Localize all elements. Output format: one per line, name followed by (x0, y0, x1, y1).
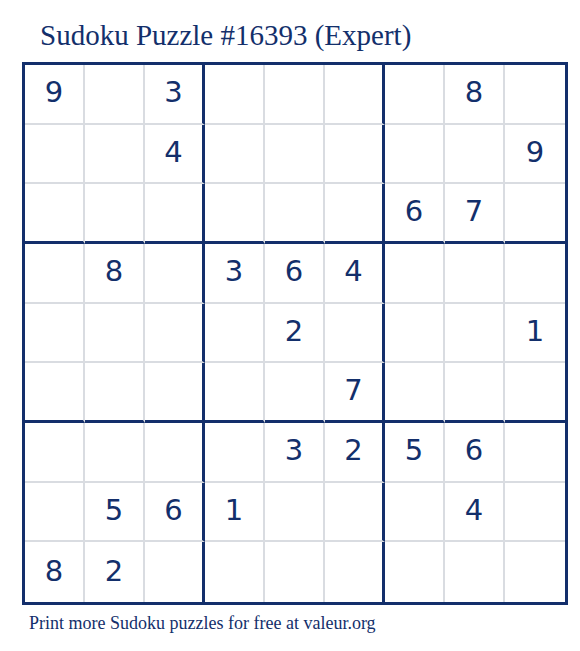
sudoku-cell-r2c7[interactable] (385, 125, 445, 185)
sudoku-cell-r9c9[interactable] (505, 542, 565, 602)
sudoku-cell-r5c9[interactable]: 1 (505, 304, 565, 364)
sudoku-cell-r4c5[interactable]: 6 (265, 244, 325, 304)
sudoku-cell-r7c8[interactable]: 6 (445, 423, 505, 483)
sudoku-cell-r6c6[interactable]: 7 (325, 363, 385, 423)
sudoku-cell-r1c2[interactable] (85, 65, 145, 125)
sudoku-cell-r8c5[interactable] (265, 483, 325, 543)
sudoku-cell-r7c9[interactable] (505, 423, 565, 483)
sudoku-cell-r2c6[interactable] (325, 125, 385, 185)
sudoku-cell-r4c6[interactable]: 4 (325, 244, 385, 304)
footer-text: Print more Sudoku puzzles for free at va… (29, 613, 376, 634)
sudoku-cell-r4c1[interactable] (25, 244, 85, 304)
sudoku-cell-r5c7[interactable] (385, 304, 445, 364)
sudoku-cell-r3c9[interactable] (505, 184, 565, 244)
sudoku-cell-r2c8[interactable] (445, 125, 505, 185)
sudoku-cell-r8c3[interactable]: 6 (145, 483, 205, 543)
sudoku-cell-r9c5[interactable] (265, 542, 325, 602)
sudoku-cell-r6c5[interactable] (265, 363, 325, 423)
sudoku-cell-r1c3[interactable]: 3 (145, 65, 205, 125)
sudoku-cell-r8c9[interactable] (505, 483, 565, 543)
sudoku-cell-r7c5[interactable]: 3 (265, 423, 325, 483)
sudoku-cell-r4c9[interactable] (505, 244, 565, 304)
sudoku-cell-r9c4[interactable] (205, 542, 265, 602)
sudoku-cell-r6c3[interactable] (145, 363, 205, 423)
sudoku-cell-r7c3[interactable] (145, 423, 205, 483)
sudoku-cell-r2c5[interactable] (265, 125, 325, 185)
sudoku-cell-r2c4[interactable] (205, 125, 265, 185)
sudoku-cell-r9c8[interactable] (445, 542, 505, 602)
sudoku-cell-r1c8[interactable]: 8 (445, 65, 505, 125)
sudoku-cell-r4c8[interactable] (445, 244, 505, 304)
sudoku-cell-r2c2[interactable] (85, 125, 145, 185)
sudoku-cell-r9c6[interactable] (325, 542, 385, 602)
sudoku-cell-r8c7[interactable] (385, 483, 445, 543)
sudoku-cell-r3c2[interactable] (85, 184, 145, 244)
sudoku-cell-r5c8[interactable] (445, 304, 505, 364)
sudoku-cell-r3c4[interactable] (205, 184, 265, 244)
sudoku-cell-r3c7[interactable]: 6 (385, 184, 445, 244)
sudoku-cell-r7c7[interactable]: 5 (385, 423, 445, 483)
sudoku-cell-r1c6[interactable] (325, 65, 385, 125)
sudoku-cell-r6c4[interactable] (205, 363, 265, 423)
sudoku-cell-r3c3[interactable] (145, 184, 205, 244)
sudoku-cell-r2c3[interactable]: 4 (145, 125, 205, 185)
sudoku-cell-r8c8[interactable]: 4 (445, 483, 505, 543)
sudoku-cell-r3c6[interactable] (325, 184, 385, 244)
sudoku-cell-r6c8[interactable] (445, 363, 505, 423)
sudoku-cell-r7c4[interactable] (205, 423, 265, 483)
sudoku-cell-r5c4[interactable] (205, 304, 265, 364)
sudoku-cell-r4c2[interactable]: 8 (85, 244, 145, 304)
sudoku-cell-r9c1[interactable]: 8 (25, 542, 85, 602)
sudoku-cell-r1c4[interactable] (205, 65, 265, 125)
sudoku-cell-r7c2[interactable] (85, 423, 145, 483)
sudoku-cell-r4c4[interactable]: 3 (205, 244, 265, 304)
sudoku-cell-r1c1[interactable]: 9 (25, 65, 85, 125)
sudoku-cell-r7c1[interactable] (25, 423, 85, 483)
sudoku-cell-r1c5[interactable] (265, 65, 325, 125)
sudoku-cell-r6c7[interactable] (385, 363, 445, 423)
sudoku-cell-r9c7[interactable] (385, 542, 445, 602)
sudoku-cell-r3c8[interactable]: 7 (445, 184, 505, 244)
sudoku-cell-r1c9[interactable] (505, 65, 565, 125)
page-title: Sudoku Puzzle #16393 (Expert) (40, 18, 411, 53)
sudoku-cell-r6c1[interactable] (25, 363, 85, 423)
sudoku-cell-r6c9[interactable] (505, 363, 565, 423)
sudoku-cell-r7c6[interactable]: 2 (325, 423, 385, 483)
sudoku-cell-r9c2[interactable]: 2 (85, 542, 145, 602)
sudoku-cell-r6c2[interactable] (85, 363, 145, 423)
sudoku-cell-r1c7[interactable] (385, 65, 445, 125)
sudoku-cell-r8c2[interactable]: 5 (85, 483, 145, 543)
sudoku-board: 938496783642173256561482 (22, 62, 568, 605)
sudoku-cell-r5c6[interactable] (325, 304, 385, 364)
sudoku-cell-r2c9[interactable]: 9 (505, 125, 565, 185)
sudoku-cell-r3c1[interactable] (25, 184, 85, 244)
sudoku-cell-r2c1[interactable] (25, 125, 85, 185)
sudoku-cell-r9c3[interactable] (145, 542, 205, 602)
sudoku-cell-r5c2[interactable] (85, 304, 145, 364)
sudoku-cell-r3c5[interactable] (265, 184, 325, 244)
sudoku-cell-r5c3[interactable] (145, 304, 205, 364)
sudoku-cell-r5c5[interactable]: 2 (265, 304, 325, 364)
sudoku-cell-r8c6[interactable] (325, 483, 385, 543)
sudoku-cell-r8c4[interactable]: 1 (205, 483, 265, 543)
sudoku-cell-r4c7[interactable] (385, 244, 445, 304)
sudoku-cell-r4c3[interactable] (145, 244, 205, 304)
sudoku-cell-r8c1[interactable] (25, 483, 85, 543)
sudoku-cell-r5c1[interactable] (25, 304, 85, 364)
